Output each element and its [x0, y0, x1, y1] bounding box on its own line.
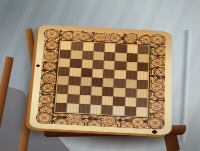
wood-slice — [150, 81, 164, 91]
square-d1[interactable] — [90, 104, 102, 114]
square-a1[interactable] — [55, 103, 67, 113]
square-f1[interactable] — [113, 106, 125, 116]
wood-slice — [42, 51, 56, 60]
square-c1[interactable] — [78, 104, 90, 114]
wood-slice — [99, 33, 112, 42]
square-g1[interactable] — [124, 106, 136, 116]
scene — [0, 0, 200, 151]
wood-slice — [35, 112, 52, 124]
wood-slice — [150, 102, 162, 111]
square-b1[interactable] — [67, 103, 79, 113]
wood-slice — [41, 73, 57, 84]
wood-slice — [151, 58, 163, 67]
tabletop — [29, 24, 172, 135]
chess-board — [55, 41, 149, 117]
wood-slice — [126, 33, 137, 41]
knot-hole — [152, 130, 157, 134]
wood-slice — [43, 29, 59, 40]
square-e1[interactable] — [101, 105, 113, 115]
wood-slice — [101, 114, 117, 126]
wood-slice — [131, 117, 144, 126]
wood-slice — [38, 95, 51, 104]
wood-slice — [72, 31, 84, 39]
wood-slice — [68, 114, 82, 124]
wood-slice — [147, 117, 164, 129]
wood-slice — [150, 34, 166, 45]
knot-hole — [36, 64, 40, 67]
square-h1[interactable] — [136, 107, 148, 117]
